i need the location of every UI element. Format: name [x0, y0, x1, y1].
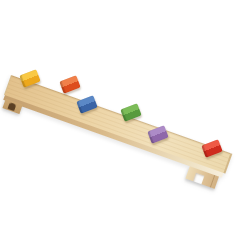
plank-front-edge: [3, 95, 223, 178]
left-foot-notch: [7, 102, 16, 111]
green-block: [120, 103, 141, 122]
orange-block: [59, 75, 80, 94]
right-foot-notch: [193, 173, 204, 184]
product-photo-scene: [0, 0, 250, 250]
right-foot-seam: [210, 175, 215, 188]
balance-beam-plank: [4, 75, 232, 174]
